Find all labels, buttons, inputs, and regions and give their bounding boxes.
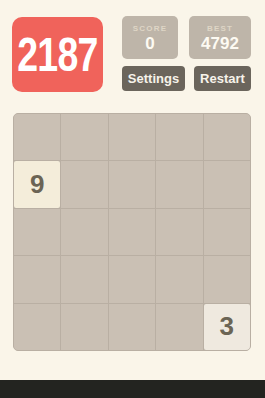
grid-cell bbox=[14, 114, 60, 160]
settings-button[interactable]: Settings bbox=[122, 66, 185, 91]
grid-cell bbox=[156, 114, 202, 160]
grid-cell bbox=[109, 209, 155, 255]
score-value: 0 bbox=[145, 34, 154, 53]
best-box: BEST 4792 bbox=[189, 16, 251, 59]
tile-3: 3 bbox=[204, 304, 250, 350]
grid-cell bbox=[14, 256, 60, 302]
grid-cell bbox=[156, 161, 202, 207]
game-board[interactable]: 93 bbox=[13, 113, 251, 351]
grid-cell bbox=[109, 256, 155, 302]
score-box: SCORE 0 bbox=[122, 16, 178, 59]
grid-cell bbox=[204, 256, 250, 302]
grid-cell bbox=[61, 209, 107, 255]
grid-cell bbox=[61, 114, 107, 160]
grid-cell bbox=[61, 161, 107, 207]
best-label: BEST bbox=[207, 24, 233, 34]
grid-cell bbox=[109, 161, 155, 207]
grid-cell bbox=[14, 304, 60, 350]
tile-9: 9 bbox=[14, 161, 60, 207]
grid-cell bbox=[109, 114, 155, 160]
grid-cell bbox=[156, 256, 202, 302]
grid-cell bbox=[61, 304, 107, 350]
restart-button[interactable]: Restart bbox=[194, 66, 251, 91]
grid-cell bbox=[156, 209, 202, 255]
bottom-bar bbox=[0, 380, 265, 398]
score-label: SCORE bbox=[133, 24, 167, 34]
goal-tile: 2187 bbox=[12, 17, 103, 92]
app-screen: 2187 SCORE 0 BEST 4792 Settings Restart … bbox=[0, 0, 265, 398]
grid-cell bbox=[14, 209, 60, 255]
grid-cell bbox=[109, 304, 155, 350]
grid-cell bbox=[204, 161, 250, 207]
goal-tile-value: 2187 bbox=[17, 31, 97, 79]
best-value: 4792 bbox=[201, 34, 239, 53]
grid-cell bbox=[204, 209, 250, 255]
grid-cell bbox=[61, 256, 107, 302]
grid-cell bbox=[156, 304, 202, 350]
grid-cell bbox=[204, 114, 250, 160]
